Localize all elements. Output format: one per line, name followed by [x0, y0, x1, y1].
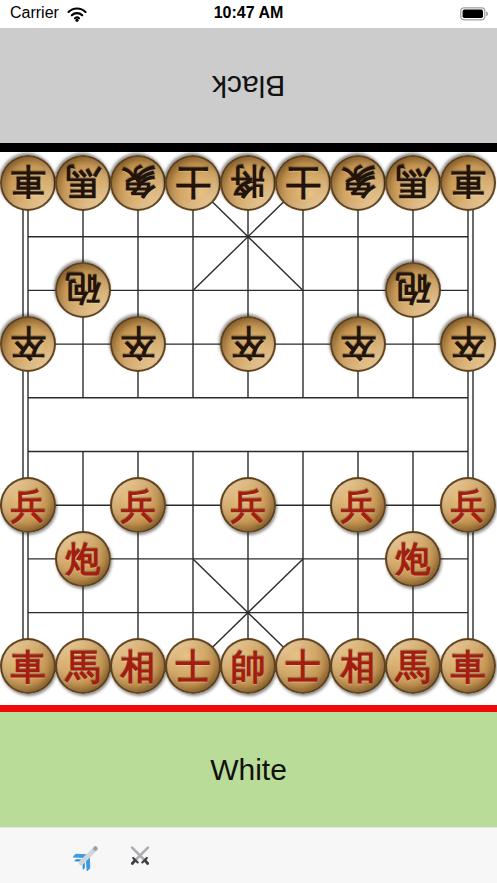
xiangqi-piece-red[interactable]: 兵 [110, 477, 166, 533]
xiangqi-piece-red[interactable]: 相 [110, 638, 166, 694]
xiangqi-piece-red[interactable]: 帥 [220, 638, 276, 694]
xiangqi-piece-red[interactable]: 兵 [330, 477, 386, 533]
airplane-icon[interactable] [70, 838, 106, 874]
bottom-toolbar [0, 827, 497, 883]
status-bar: Carrier 10:47 AM [0, 0, 497, 28]
battery-icon [460, 7, 489, 25]
xiangqi-piece-black[interactable]: 卒 [0, 316, 56, 372]
xiangqi-piece-black[interactable]: 卒 [110, 316, 166, 372]
white-player-banner: White [0, 712, 497, 827]
xiangqi-piece-black[interactable]: 卒 [330, 316, 386, 372]
xiangqi-piece-red[interactable]: 炮 [55, 531, 111, 587]
xiangqi-piece-black[interactable]: 車 [440, 155, 496, 211]
xiangqi-piece-red[interactable]: 士 [275, 638, 331, 694]
xiangqi-piece-black[interactable]: 砲 [385, 262, 441, 318]
crossed-swords-icon[interactable] [122, 838, 158, 874]
xiangqi-piece-black[interactable]: 將 [220, 155, 276, 211]
xiangqi-piece-red[interactable]: 兵 [220, 477, 276, 533]
app-window: Carrier 10:47 AM Black 車馬象士將士象馬車砲砲卒卒卒卒卒兵… [0, 0, 497, 883]
xiangqi-piece-red[interactable]: 士 [165, 638, 221, 694]
board-bottom-border [0, 705, 497, 712]
black-player-label: Black [212, 69, 285, 103]
xiangqi-piece-black[interactable]: 象 [110, 155, 166, 211]
xiangqi-piece-black[interactable]: 士 [275, 155, 331, 211]
xiangqi-piece-red[interactable]: 馬 [55, 638, 111, 694]
board-grid [0, 152, 497, 705]
xiangqi-piece-red[interactable]: 相 [330, 638, 386, 694]
white-player-label: White [210, 753, 287, 787]
xiangqi-piece-black[interactable]: 象 [330, 155, 386, 211]
xiangqi-piece-black[interactable]: 馬 [385, 155, 441, 211]
xiangqi-piece-red[interactable]: 兵 [440, 477, 496, 533]
xiangqi-piece-black[interactable]: 卒 [220, 316, 276, 372]
xiangqi-piece-black[interactable]: 卒 [440, 316, 496, 372]
xiangqi-piece-black[interactable]: 車 [0, 155, 56, 211]
xiangqi-board[interactable]: 車馬象士將士象馬車砲砲卒卒卒卒卒兵兵兵兵兵炮炮車馬相士帥士相馬車 [0, 152, 497, 705]
xiangqi-piece-black[interactable]: 馬 [55, 155, 111, 211]
xiangqi-piece-red[interactable]: 車 [440, 638, 496, 694]
xiangqi-piece-red[interactable]: 車 [0, 638, 56, 694]
black-player-banner: Black [0, 28, 497, 143]
clock: 10:47 AM [0, 4, 497, 22]
xiangqi-piece-red[interactable]: 馬 [385, 638, 441, 694]
xiangqi-piece-red[interactable]: 兵 [0, 477, 56, 533]
xiangqi-piece-red[interactable]: 炮 [385, 531, 441, 587]
xiangqi-piece-black[interactable]: 砲 [55, 262, 111, 318]
xiangqi-piece-black[interactable]: 士 [165, 155, 221, 211]
